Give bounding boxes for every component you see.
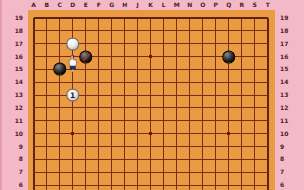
intersection-E9[interactable] — [79, 140, 92, 153]
intersection-D10[interactable] — [66, 127, 79, 140]
intersection-S13[interactable] — [248, 89, 261, 102]
intersection-Q14[interactable] — [222, 76, 235, 89]
intersection-O11[interactable] — [196, 114, 209, 127]
intersection-T12[interactable] — [261, 101, 274, 114]
intersection-S19[interactable] — [248, 12, 261, 25]
row-label-right-10: 10 — [280, 131, 297, 137]
intersection-A9[interactable] — [27, 140, 40, 153]
intersection-C16[interactable] — [53, 50, 66, 63]
intersection-R15[interactable] — [235, 63, 248, 76]
intersection-G12[interactable] — [105, 101, 118, 114]
intersection-S8[interactable] — [248, 153, 261, 166]
intersection-M12[interactable] — [170, 101, 183, 114]
intersection-J15[interactable] — [131, 63, 144, 76]
intersection-G18[interactable] — [105, 24, 118, 37]
intersection-M15[interactable] — [170, 63, 183, 76]
intersection-B18[interactable] — [40, 24, 53, 37]
hand-cursor-icon — [67, 55, 79, 76]
intersection-F17[interactable] — [92, 37, 105, 50]
intersection-S7[interactable] — [248, 166, 261, 179]
intersection-F14[interactable] — [92, 76, 105, 89]
intersection-Q8[interactable] — [222, 153, 235, 166]
intersection-K13[interactable] — [144, 89, 157, 102]
intersection-T9[interactable] — [261, 140, 274, 153]
row-label-right-14: 14 — [280, 79, 297, 85]
intersection-T10[interactable] — [261, 127, 274, 140]
row-label-left-18: 18 — [6, 28, 23, 34]
intersection-R17[interactable] — [235, 37, 248, 50]
intersection-T14[interactable] — [261, 76, 274, 89]
intersection-O15[interactable] — [196, 63, 209, 76]
intersection-A8[interactable] — [27, 153, 40, 166]
intersection-P12[interactable] — [209, 101, 222, 114]
intersection-M10[interactable] — [170, 127, 183, 140]
intersection-G6[interactable] — [105, 179, 118, 190]
intersection-K17[interactable] — [144, 37, 157, 50]
intersection-L8[interactable] — [157, 153, 170, 166]
intersection-H17[interactable] — [118, 37, 131, 50]
intersection-S11[interactable] — [248, 114, 261, 127]
intersection-N10[interactable] — [183, 127, 196, 140]
intersection-Q13[interactable] — [222, 89, 235, 102]
row-label-left-11: 11 — [6, 118, 23, 124]
intersection-M14[interactable] — [170, 76, 183, 89]
intersection-F18[interactable] — [92, 24, 105, 37]
intersection-R14[interactable] — [235, 76, 248, 89]
intersection-G7[interactable] — [105, 166, 118, 179]
intersection-L9[interactable] — [157, 140, 170, 153]
intersection-D18[interactable] — [66, 24, 79, 37]
intersection-P9[interactable] — [209, 140, 222, 153]
intersection-M11[interactable] — [170, 114, 183, 127]
column-label-C: C — [55, 2, 65, 8]
intersection-J14[interactable] — [131, 76, 144, 89]
intersection-N7[interactable] — [183, 166, 196, 179]
intersection-O13[interactable] — [196, 89, 209, 102]
stone-white-D17[interactable] — [66, 37, 80, 50]
row-label-left-15: 15 — [6, 66, 23, 72]
intersection-M18[interactable] — [170, 24, 183, 37]
intersection-C18[interactable] — [53, 24, 66, 37]
intersection-N16[interactable] — [183, 50, 196, 63]
intersection-B9[interactable] — [40, 140, 53, 153]
intersection-T15[interactable] — [261, 63, 274, 76]
column-label-J: J — [133, 2, 143, 8]
intersection-L7[interactable] — [157, 166, 170, 179]
intersection-H10[interactable] — [118, 127, 131, 140]
intersection-O12[interactable] — [196, 101, 209, 114]
intersection-N13[interactable] — [183, 89, 196, 102]
intersection-N6[interactable] — [183, 179, 196, 190]
intersection-M6[interactable] — [170, 179, 183, 190]
intersection-K19[interactable] — [144, 12, 157, 25]
intersection-C17[interactable] — [53, 37, 66, 50]
intersection-C14[interactable] — [53, 76, 66, 89]
intersection-T17[interactable] — [261, 37, 274, 50]
column-label-G: G — [107, 2, 117, 8]
intersection-G15[interactable] — [105, 63, 118, 76]
stone-black-C15[interactable] — [53, 63, 67, 76]
intersection-E7[interactable] — [79, 166, 92, 179]
column-label-B: B — [42, 2, 52, 8]
row-label-left-9: 9 — [6, 144, 23, 150]
intersection-R11[interactable] — [235, 114, 248, 127]
intersection-E6[interactable] — [79, 179, 92, 190]
intersection-H19[interactable] — [118, 12, 131, 25]
intersection-L11[interactable] — [157, 114, 170, 127]
intersection-T13[interactable] — [261, 89, 274, 102]
intersection-L19[interactable] — [157, 12, 170, 25]
intersection-A17[interactable] — [27, 37, 40, 50]
intersection-A12[interactable] — [27, 101, 40, 114]
intersection-B10[interactable] — [40, 127, 53, 140]
intersection-B6[interactable] — [40, 179, 53, 190]
intersection-Q19[interactable] — [222, 12, 235, 25]
row-label-left-13: 13 — [6, 92, 23, 98]
intersection-P13[interactable] — [209, 89, 222, 102]
intersection-N12[interactable] — [183, 101, 196, 114]
intersection-K14[interactable] — [144, 76, 157, 89]
row-label-right-6: 6 — [280, 182, 297, 188]
intersection-B7[interactable] — [40, 166, 53, 179]
intersection-B8[interactable] — [40, 153, 53, 166]
intersection-K9[interactable] — [144, 140, 157, 153]
intersection-S18[interactable] — [248, 24, 261, 37]
intersection-F7[interactable] — [92, 166, 105, 179]
row-label-right-8: 8 — [280, 156, 297, 162]
intersection-H6[interactable] — [118, 179, 131, 190]
column-label-L: L — [159, 2, 169, 8]
intersection-E8[interactable] — [79, 153, 92, 166]
intersection-B16[interactable] — [40, 50, 53, 63]
row-label-left-10: 10 — [6, 131, 23, 137]
intersection-F8[interactable] — [92, 153, 105, 166]
intersection-D11[interactable] — [66, 114, 79, 127]
intersection-K7[interactable] — [144, 166, 157, 179]
intersection-T18[interactable] — [261, 24, 274, 37]
intersection-E10[interactable] — [79, 127, 92, 140]
intersection-N8[interactable] — [183, 153, 196, 166]
intersection-O17[interactable] — [196, 37, 209, 50]
intersection-C13[interactable] — [53, 89, 66, 102]
intersection-S10[interactable] — [248, 127, 261, 140]
intersection-B14[interactable] — [40, 76, 53, 89]
intersection-B15[interactable] — [40, 63, 53, 76]
intersection-B17[interactable] — [40, 37, 53, 50]
row-label-right-13: 13 — [280, 92, 297, 98]
intersection-J16[interactable] — [131, 50, 144, 63]
intersection-R18[interactable] — [235, 24, 248, 37]
intersection-P10[interactable] — [209, 127, 222, 140]
intersection-L10[interactable] — [157, 127, 170, 140]
intersection-R16[interactable] — [235, 50, 248, 63]
intersection-D8[interactable] — [66, 153, 79, 166]
intersection-H16[interactable] — [118, 50, 131, 63]
stone-black-E16[interactable] — [79, 50, 93, 63]
intersection-H11[interactable] — [118, 114, 131, 127]
intersection-F19[interactable] — [92, 12, 105, 25]
intersection-A7[interactable] — [27, 166, 40, 179]
intersection-D9[interactable] — [66, 140, 79, 153]
intersection-B12[interactable] — [40, 101, 53, 114]
intersection-F13[interactable] — [92, 89, 105, 102]
intersection-J10[interactable] — [131, 127, 144, 140]
intersection-K16[interactable] — [144, 50, 157, 63]
intersection-A18[interactable] — [27, 24, 40, 37]
intersection-T11[interactable] — [261, 114, 274, 127]
intersection-L14[interactable] — [157, 76, 170, 89]
intersection-N15[interactable] — [183, 63, 196, 76]
intersection-A10[interactable] — [27, 127, 40, 140]
intersection-G19[interactable] — [105, 12, 118, 25]
column-label-S: S — [250, 2, 260, 8]
stone-black-Q16[interactable] — [222, 50, 236, 63]
intersection-Q18[interactable] — [222, 24, 235, 37]
intersection-T7[interactable] — [261, 166, 274, 179]
column-label-T: T — [263, 2, 273, 8]
intersection-B19[interactable] — [40, 12, 53, 25]
intersection-M7[interactable] — [170, 166, 183, 179]
intersection-F10[interactable] — [92, 127, 105, 140]
intersection-D7[interactable] — [66, 166, 79, 179]
intersection-N14[interactable] — [183, 76, 196, 89]
column-label-F: F — [94, 2, 104, 8]
intersection-J19[interactable] — [131, 12, 144, 25]
intersection-P18[interactable] — [209, 24, 222, 37]
intersection-S12[interactable] — [248, 101, 261, 114]
intersection-B11[interactable] — [40, 114, 53, 127]
intersection-M8[interactable] — [170, 153, 183, 166]
intersection-S6[interactable] — [248, 179, 261, 190]
intersection-H15[interactable] — [118, 63, 131, 76]
intersection-E11[interactable] — [79, 114, 92, 127]
stone-white-D13[interactable]: 1 — [66, 89, 80, 102]
row-label-left-12: 12 — [6, 105, 23, 111]
intersection-J18[interactable] — [131, 24, 144, 37]
intersection-K8[interactable] — [144, 153, 157, 166]
intersection-O9[interactable] — [196, 140, 209, 153]
intersection-J8[interactable] — [131, 153, 144, 166]
intersection-D6[interactable] — [66, 179, 79, 190]
intersection-E15[interactable] — [79, 63, 92, 76]
intersection-C19[interactable] — [53, 12, 66, 25]
intersection-H13[interactable] — [118, 89, 131, 102]
intersection-K12[interactable] — [144, 101, 157, 114]
intersection-A13[interactable] — [27, 89, 40, 102]
intersection-G16[interactable] — [105, 50, 118, 63]
intersection-K10[interactable] — [144, 127, 157, 140]
column-label-O: O — [198, 2, 208, 8]
intersection-G17[interactable] — [105, 37, 118, 50]
intersection-M17[interactable] — [170, 37, 183, 50]
intersection-S17[interactable] — [248, 37, 261, 50]
intersection-R12[interactable] — [235, 101, 248, 114]
intersection-K11[interactable] — [144, 114, 157, 127]
board-intersections[interactable] — [27, 12, 274, 190]
intersection-L15[interactable] — [157, 63, 170, 76]
intersection-N11[interactable] — [183, 114, 196, 127]
intersection-B13[interactable] — [40, 89, 53, 102]
intersection-A15[interactable] — [27, 63, 40, 76]
intersection-L16[interactable] — [157, 50, 170, 63]
intersection-L18[interactable] — [157, 24, 170, 37]
intersection-H7[interactable] — [118, 166, 131, 179]
intersection-G10[interactable] — [105, 127, 118, 140]
intersection-Q17[interactable] — [222, 37, 235, 50]
intersection-O7[interactable] — [196, 166, 209, 179]
intersection-E17[interactable] — [79, 37, 92, 50]
intersection-A14[interactable] — [27, 76, 40, 89]
intersection-A6[interactable] — [27, 179, 40, 190]
intersection-T8[interactable] — [261, 153, 274, 166]
intersection-P19[interactable] — [209, 12, 222, 25]
intersection-K18[interactable] — [144, 24, 157, 37]
intersection-R19[interactable] — [235, 12, 248, 25]
intersection-J6[interactable] — [131, 179, 144, 190]
intersection-L17[interactable] — [157, 37, 170, 50]
intersection-O10[interactable] — [196, 127, 209, 140]
intersection-M16[interactable] — [170, 50, 183, 63]
intersection-R6[interactable] — [235, 179, 248, 190]
intersection-T16[interactable] — [261, 50, 274, 63]
intersection-R8[interactable] — [235, 153, 248, 166]
intersection-L13[interactable] — [157, 89, 170, 102]
intersection-J17[interactable] — [131, 37, 144, 50]
intersection-H9[interactable] — [118, 140, 131, 153]
row-label-right-19: 19 — [280, 15, 297, 21]
row-label-right-7: 7 — [280, 169, 297, 175]
intersection-N19[interactable] — [183, 12, 196, 25]
row-label-right-11: 11 — [280, 118, 297, 124]
intersection-Q9[interactable] — [222, 140, 235, 153]
row-label-right-9: 9 — [280, 144, 297, 150]
intersection-H14[interactable] — [118, 76, 131, 89]
intersection-Q10[interactable] — [222, 127, 235, 140]
intersection-F12[interactable] — [92, 101, 105, 114]
intersection-D14[interactable] — [66, 76, 79, 89]
intersection-N18[interactable] — [183, 24, 196, 37]
intersection-O8[interactable] — [196, 153, 209, 166]
intersection-L12[interactable] — [157, 101, 170, 114]
intersection-Q15[interactable] — [222, 63, 235, 76]
intersection-K15[interactable] — [144, 63, 157, 76]
column-label-A: A — [29, 2, 39, 8]
intersection-F9[interactable] — [92, 140, 105, 153]
row-label-left-19: 19 — [6, 15, 23, 21]
intersection-G11[interactable] — [105, 114, 118, 127]
intersection-H8[interactable] — [118, 153, 131, 166]
intersection-P11[interactable] — [209, 114, 222, 127]
intersection-Q6[interactable] — [222, 179, 235, 190]
move-number-label: 1 — [70, 91, 75, 99]
column-label-D: D — [68, 2, 78, 8]
intersection-E13[interactable] — [79, 89, 92, 102]
intersection-S14[interactable] — [248, 76, 261, 89]
intersection-R7[interactable] — [235, 166, 248, 179]
intersection-J7[interactable] — [131, 166, 144, 179]
intersection-P15[interactable] — [209, 63, 222, 76]
intersection-F16[interactable] — [92, 50, 105, 63]
intersection-G13[interactable] — [105, 89, 118, 102]
intersection-M9[interactable] — [170, 140, 183, 153]
intersection-R13[interactable] — [235, 89, 248, 102]
intersection-P8[interactable] — [209, 153, 222, 166]
intersection-C9[interactable] — [53, 140, 66, 153]
intersection-C11[interactable] — [53, 114, 66, 127]
intersection-A16[interactable] — [27, 50, 40, 63]
intersection-K6[interactable] — [144, 179, 157, 190]
intersection-N9[interactable] — [183, 140, 196, 153]
intersection-P16[interactable] — [209, 50, 222, 63]
intersection-Q12[interactable] — [222, 101, 235, 114]
column-label-H: H — [120, 2, 130, 8]
intersection-F15[interactable] — [92, 63, 105, 76]
intersection-G14[interactable] — [105, 76, 118, 89]
intersection-C6[interactable] — [53, 179, 66, 190]
intersection-O14[interactable] — [196, 76, 209, 89]
intersection-R9[interactable] — [235, 140, 248, 153]
intersection-P6[interactable] — [209, 179, 222, 190]
intersection-J12[interactable] — [131, 101, 144, 114]
intersection-L6[interactable] — [157, 179, 170, 190]
intersection-A19[interactable] — [27, 12, 40, 25]
intersection-M19[interactable] — [170, 12, 183, 25]
intersection-A11[interactable] — [27, 114, 40, 127]
intersection-F6[interactable] — [92, 179, 105, 190]
intersection-N17[interactable] — [183, 37, 196, 50]
intersection-T6[interactable] — [261, 179, 274, 190]
intersection-E12[interactable] — [79, 101, 92, 114]
intersection-E18[interactable] — [79, 24, 92, 37]
intersection-D19[interactable] — [66, 12, 79, 25]
intersection-P14[interactable] — [209, 76, 222, 89]
intersection-C7[interactable] — [53, 166, 66, 179]
intersection-J11[interactable] — [131, 114, 144, 127]
intersection-C10[interactable] — [53, 127, 66, 140]
intersection-P7[interactable] — [209, 166, 222, 179]
intersection-J13[interactable] — [131, 89, 144, 102]
intersection-C8[interactable] — [53, 153, 66, 166]
intersection-P17[interactable] — [209, 37, 222, 50]
intersection-T19[interactable] — [261, 12, 274, 25]
row-label-left-14: 14 — [6, 79, 23, 85]
row-label-right-15: 15 — [280, 66, 297, 72]
intersection-Q11[interactable] — [222, 114, 235, 127]
intersection-O18[interactable] — [196, 24, 209, 37]
intersection-S15[interactable] — [248, 63, 261, 76]
intersection-H18[interactable] — [118, 24, 131, 37]
intersection-G8[interactable] — [105, 153, 118, 166]
intersection-S16[interactable] — [248, 50, 261, 63]
intersection-O16[interactable] — [196, 50, 209, 63]
intersection-F11[interactable] — [92, 114, 105, 127]
intersection-E19[interactable] — [79, 12, 92, 25]
intersection-G9[interactable] — [105, 140, 118, 153]
row-label-left-8: 8 — [6, 156, 23, 162]
intersection-M13[interactable] — [170, 89, 183, 102]
column-label-R: R — [237, 2, 247, 8]
intersection-H12[interactable] — [118, 101, 131, 114]
intersection-R10[interactable] — [235, 127, 248, 140]
intersection-Q7[interactable] — [222, 166, 235, 179]
intersection-J9[interactable] — [131, 140, 144, 153]
intersection-D12[interactable] — [66, 101, 79, 114]
intersection-C12[interactable] — [53, 101, 66, 114]
intersection-O19[interactable] — [196, 12, 209, 25]
intersection-S9[interactable] — [248, 140, 261, 153]
intersection-O6[interactable] — [196, 179, 209, 190]
intersection-E14[interactable] — [79, 76, 92, 89]
